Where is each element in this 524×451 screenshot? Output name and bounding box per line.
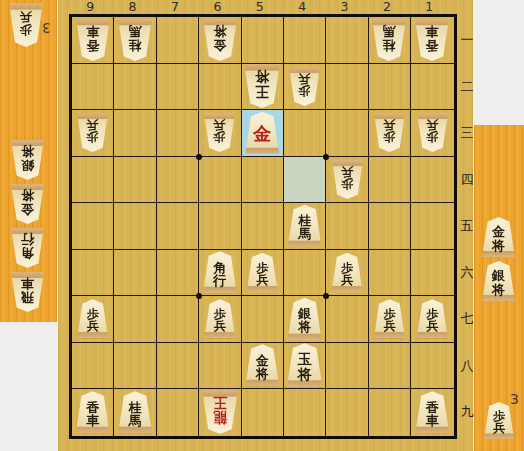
square-3七[interactable] xyxy=(326,296,368,343)
piece-kanji: 桂馬 xyxy=(383,25,396,52)
square-2三[interactable]: 歩兵 xyxy=(369,110,411,157)
piece-sente-歩兵[interactable]: 歩兵 xyxy=(373,299,406,338)
square-7二[interactable] xyxy=(157,64,199,111)
square-8五[interactable] xyxy=(114,203,156,250)
piece-gote-王将[interactable]: 王将 xyxy=(243,64,281,108)
piece-sente-香車[interactable]: 香車 xyxy=(414,391,450,433)
piece-gote-香車[interactable]: 香車 xyxy=(414,19,450,61)
square-2八[interactable] xyxy=(369,343,411,390)
file-label-5: 5 xyxy=(239,0,281,14)
square-1二[interactable] xyxy=(411,64,453,111)
square-9二[interactable] xyxy=(72,64,114,111)
square-4一[interactable] xyxy=(284,17,326,64)
piece-sente-桂馬[interactable]: 桂馬 xyxy=(117,391,153,433)
square-4九[interactable] xyxy=(284,389,326,436)
piece-gote-歩兵[interactable]: 歩兵 xyxy=(8,3,44,47)
square-9七[interactable]: 歩兵 xyxy=(72,296,114,343)
piece-kanji: 歩兵 xyxy=(493,410,505,434)
square-1一[interactable]: 香車 xyxy=(411,17,453,64)
piece-sente-歩兵[interactable]: 歩兵 xyxy=(76,299,109,338)
square-7七[interactable] xyxy=(157,296,199,343)
piece-kanji: 歩兵 xyxy=(341,262,353,286)
square-9八[interactable] xyxy=(72,343,114,390)
square-3一[interactable] xyxy=(326,17,368,64)
piece-kanji: 歩兵 xyxy=(341,166,353,190)
piece-kanji: 桂馬 xyxy=(129,25,142,52)
square-5八[interactable]: 金将 xyxy=(242,343,284,390)
piece-kanji: 銀将 xyxy=(492,269,505,296)
square-9六[interactable] xyxy=(72,250,114,297)
square-7四[interactable] xyxy=(157,157,199,204)
square-4六[interactable] xyxy=(284,250,326,297)
square-7五[interactable] xyxy=(157,203,199,250)
piece-kanji: 金将 xyxy=(213,25,226,52)
square-5一[interactable] xyxy=(242,17,284,64)
square-1三[interactable]: 歩兵 xyxy=(411,110,453,157)
square-8八[interactable] xyxy=(114,343,156,390)
square-2七[interactable]: 歩兵 xyxy=(369,296,411,343)
square-1四[interactable] xyxy=(411,157,453,204)
piece-kanji: 歩兵 xyxy=(256,262,268,286)
piece-kanji: 銀将 xyxy=(21,145,34,172)
square-8四[interactable] xyxy=(114,157,156,204)
piece-gote-歩兵[interactable]: 歩兵 xyxy=(331,160,364,199)
board-grid: 香車桂馬金将桂馬香車王将歩兵歩兵歩兵金歩兵歩兵歩兵桂馬角行歩兵歩兵歩兵歩兵銀将歩… xyxy=(69,14,457,439)
file-label-8: 8 xyxy=(111,0,153,14)
piece-kanji: 歩兵 xyxy=(20,11,32,35)
piece-sente-歩兵[interactable]: 歩兵 xyxy=(331,253,364,292)
square-7九[interactable] xyxy=(157,389,199,436)
piece-gote-金将[interactable]: 金将 xyxy=(202,19,238,61)
piece-kanji: 桂馬 xyxy=(298,214,311,241)
square-6九[interactable]: 龍王 xyxy=(199,389,241,436)
square-3三[interactable] xyxy=(326,110,368,157)
piece-kanji: 飛車 xyxy=(21,277,34,304)
piece-sente-金将[interactable]: 金将 xyxy=(481,217,516,257)
square-9三[interactable]: 歩兵 xyxy=(72,110,114,157)
piece-gote-角行[interactable]: 角行 xyxy=(10,228,45,268)
square-3九[interactable] xyxy=(326,389,368,436)
square-2六[interactable] xyxy=(369,250,411,297)
square-3二[interactable] xyxy=(326,64,368,111)
gote-hand-tray: 歩兵3銀将金将角行飛車 xyxy=(0,0,57,322)
piece-gote-歩兵[interactable]: 歩兵 xyxy=(373,113,406,152)
piece-kanji: 歩兵 xyxy=(87,119,99,143)
square-6一[interactable]: 金将 xyxy=(199,17,241,64)
square-3六[interactable]: 歩兵 xyxy=(326,250,368,297)
shogi-board-panel: 987654321 香車桂馬金将桂馬香車王将歩兵歩兵歩兵金歩兵歩兵歩兵桂馬角行歩… xyxy=(58,0,473,451)
piece-sente-金[interactable]: 金 xyxy=(244,112,280,154)
square-9九[interactable]: 香車 xyxy=(72,389,114,436)
piece-gote-龍王[interactable]: 龍王 xyxy=(201,390,239,434)
square-9一[interactable]: 香車 xyxy=(72,17,114,64)
sente-hand-tray: 金将銀将歩兵3 xyxy=(474,125,524,451)
square-8九[interactable]: 桂馬 xyxy=(114,389,156,436)
square-8二[interactable] xyxy=(114,64,156,111)
square-6二[interactable] xyxy=(199,64,241,111)
piece-kanji: 金将 xyxy=(21,189,34,216)
piece-sente-銀将[interactable]: 銀将 xyxy=(481,261,516,301)
file-label-2: 2 xyxy=(366,0,408,14)
square-7八[interactable] xyxy=(157,343,199,390)
piece-sente-桂馬[interactable]: 桂馬 xyxy=(287,205,323,247)
square-6六[interactable]: 角行 xyxy=(199,250,241,297)
piece-sente-歩兵[interactable]: 歩兵 xyxy=(416,299,449,338)
square-6八[interactable] xyxy=(199,343,241,390)
square-4八[interactable]: 玉将 xyxy=(284,343,326,390)
square-5三[interactable]: 金 xyxy=(242,110,284,157)
square-1六[interactable] xyxy=(411,250,453,297)
piece-kanji: 歩兵 xyxy=(299,73,311,97)
piece-kanji: 角行 xyxy=(21,233,34,260)
square-5二[interactable]: 王将 xyxy=(242,64,284,111)
piece-kanji: 金将 xyxy=(256,354,269,381)
piece-gote-歩兵[interactable]: 歩兵 xyxy=(288,67,321,106)
file-label-7: 7 xyxy=(154,0,196,14)
sente-pawn-count: 3 xyxy=(510,391,519,407)
square-1九[interactable]: 香車 xyxy=(411,389,453,436)
file-label-3: 3 xyxy=(323,0,365,14)
piece-kanji: 歩兵 xyxy=(426,308,438,332)
square-2二[interactable] xyxy=(369,64,411,111)
square-1五[interactable] xyxy=(411,203,453,250)
piece-kanji: 金将 xyxy=(492,225,505,252)
piece-kanji: 金 xyxy=(253,125,271,143)
gote-pawn-count: 3 xyxy=(42,20,51,36)
file-label-4: 4 xyxy=(281,0,323,14)
square-1七[interactable]: 歩兵 xyxy=(411,296,453,343)
piece-gote-金将[interactable]: 金将 xyxy=(10,184,45,224)
square-7三[interactable] xyxy=(157,110,199,157)
file-labels: 987654321 xyxy=(69,0,451,14)
piece-gote-飛車[interactable]: 飛車 xyxy=(10,272,45,312)
piece-sente-角行[interactable]: 角行 xyxy=(202,251,238,293)
square-8一[interactable]: 桂馬 xyxy=(114,17,156,64)
square-7一[interactable] xyxy=(157,17,199,64)
file-label-1: 1 xyxy=(408,0,450,14)
piece-sente-香車[interactable]: 香車 xyxy=(75,391,111,433)
square-4四[interactable] xyxy=(284,157,326,204)
square-6四[interactable] xyxy=(199,157,241,204)
piece-kanji: 香車 xyxy=(86,401,99,428)
square-6三[interactable]: 歩兵 xyxy=(199,110,241,157)
square-3五[interactable] xyxy=(326,203,368,250)
shogi-app: 歩兵3銀将金将角行飛車 987654321 香車桂馬金将桂馬香車王将歩兵歩兵歩兵… xyxy=(0,0,524,451)
square-9五[interactable] xyxy=(72,203,114,250)
square-6七[interactable]: 歩兵 xyxy=(199,296,241,343)
square-3四[interactable]: 歩兵 xyxy=(326,157,368,204)
rank-label-二: 二 xyxy=(458,64,476,111)
piece-kanji: 香車 xyxy=(86,25,99,52)
piece-gote-歩兵[interactable]: 歩兵 xyxy=(203,113,236,152)
piece-kanji: 香車 xyxy=(426,401,439,428)
square-8六[interactable] xyxy=(114,250,156,297)
piece-kanji: 歩兵 xyxy=(383,308,395,332)
square-2一[interactable]: 桂馬 xyxy=(369,17,411,64)
piece-kanji: 歩兵 xyxy=(87,308,99,332)
square-2四[interactable] xyxy=(369,157,411,204)
piece-kanji: 龍王 xyxy=(213,396,227,425)
file-label-9: 9 xyxy=(69,0,111,14)
square-8七[interactable] xyxy=(114,296,156,343)
square-4二[interactable]: 歩兵 xyxy=(284,64,326,111)
piece-kanji: 玉将 xyxy=(298,352,312,381)
square-8三[interactable] xyxy=(114,110,156,157)
piece-sente-銀将[interactable]: 銀将 xyxy=(287,298,323,340)
piece-kanji: 歩兵 xyxy=(383,119,395,143)
piece-sente-金将[interactable]: 金将 xyxy=(244,344,280,386)
piece-sente-玉将[interactable]: 玉将 xyxy=(286,343,324,387)
piece-kanji: 桂馬 xyxy=(129,401,142,428)
piece-gote-桂馬[interactable]: 桂馬 xyxy=(117,19,153,61)
square-6五[interactable] xyxy=(199,203,241,250)
piece-kanji: 香車 xyxy=(426,25,439,52)
file-label-6: 6 xyxy=(196,0,238,14)
square-5七[interactable] xyxy=(242,296,284,343)
piece-kanji: 歩兵 xyxy=(426,119,438,143)
square-5六[interactable]: 歩兵 xyxy=(242,250,284,297)
square-3八[interactable] xyxy=(326,343,368,390)
piece-gote-桂馬[interactable]: 桂馬 xyxy=(371,19,407,61)
piece-sente-歩兵[interactable]: 歩兵 xyxy=(483,402,515,439)
piece-gote-歩兵[interactable]: 歩兵 xyxy=(76,113,109,152)
square-2五[interactable] xyxy=(369,203,411,250)
square-4七[interactable]: 銀将 xyxy=(284,296,326,343)
square-7六[interactable] xyxy=(157,250,199,297)
piece-sente-歩兵[interactable]: 歩兵 xyxy=(203,299,236,338)
square-9四[interactable] xyxy=(72,157,114,204)
piece-kanji: 王将 xyxy=(255,70,269,99)
square-5四[interactable] xyxy=(242,157,284,204)
piece-gote-香車[interactable]: 香車 xyxy=(75,19,111,61)
piece-kanji: 銀将 xyxy=(298,307,311,334)
piece-sente-歩兵[interactable]: 歩兵 xyxy=(246,253,279,292)
square-2九[interactable] xyxy=(369,389,411,436)
square-4五[interactable]: 桂馬 xyxy=(284,203,326,250)
rank-label-一: 一 xyxy=(458,17,476,64)
square-4三[interactable] xyxy=(284,110,326,157)
square-5五[interactable] xyxy=(242,203,284,250)
piece-gote-歩兵[interactable]: 歩兵 xyxy=(416,113,449,152)
piece-kanji: 歩兵 xyxy=(214,119,226,143)
piece-gote-銀将[interactable]: 銀将 xyxy=(10,140,45,180)
square-5九[interactable] xyxy=(242,389,284,436)
piece-kanji: 歩兵 xyxy=(214,308,226,332)
piece-kanji: 角行 xyxy=(213,261,226,288)
square-1八[interactable] xyxy=(411,343,453,390)
